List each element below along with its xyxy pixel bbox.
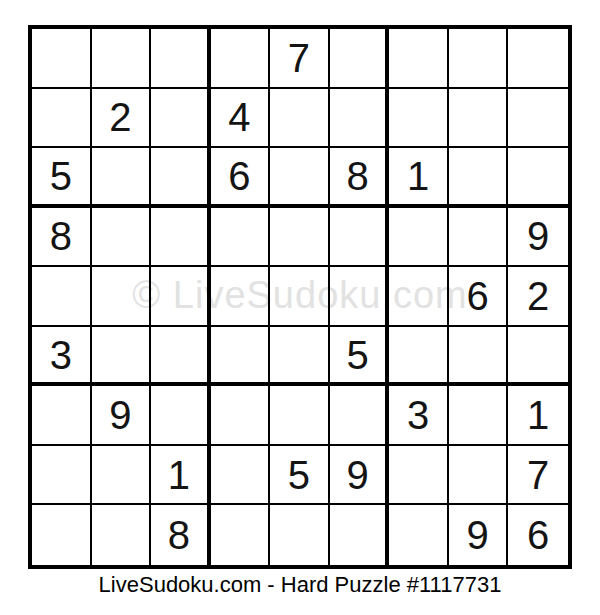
cell-r2c2[interactable]: 2 (92, 89, 152, 149)
cell-r3c9[interactable] (508, 148, 568, 208)
cell-r4c8[interactable] (449, 208, 509, 268)
cell-r8c9[interactable]: 7 (508, 446, 568, 506)
cell-r4c4[interactable] (211, 208, 271, 268)
cell-r3c3[interactable] (151, 148, 211, 208)
cell-r2c9[interactable] (508, 89, 568, 149)
caption: LiveSudoku.com - Hard Puzzle #1117731 (0, 572, 600, 598)
cell-r5c8[interactable]: 6 (449, 267, 509, 327)
cell-r7c8[interactable] (449, 386, 509, 446)
cell-r8c1[interactable] (32, 446, 92, 506)
cell-r4c9[interactable]: 9 (508, 208, 568, 268)
cell-r1c1[interactable] (32, 29, 92, 89)
cell-r4c3[interactable] (151, 208, 211, 268)
cell-r6c6[interactable]: 5 (330, 327, 390, 387)
cell-r9c9[interactable]: 6 (508, 505, 568, 565)
cell-r4c2[interactable] (92, 208, 152, 268)
cell-r2c1[interactable] (32, 89, 92, 149)
cell-r3c4[interactable]: 6 (211, 148, 271, 208)
cell-r8c7[interactable] (389, 446, 449, 506)
cell-r7c6[interactable] (330, 386, 390, 446)
cell-r2c4[interactable]: 4 (211, 89, 271, 149)
cell-r6c9[interactable] (508, 327, 568, 387)
cell-r6c8[interactable] (449, 327, 509, 387)
cell-r9c5[interactable] (270, 505, 330, 565)
cell-r9c7[interactable] (389, 505, 449, 565)
cell-r9c2[interactable] (92, 505, 152, 565)
cell-r1c6[interactable] (330, 29, 390, 89)
cell-r2c5[interactable] (270, 89, 330, 149)
cell-r4c1[interactable]: 8 (32, 208, 92, 268)
cell-r5c4[interactable] (211, 267, 271, 327)
cell-r3c8[interactable] (449, 148, 509, 208)
cell-r7c4[interactable] (211, 386, 271, 446)
cell-r9c8[interactable]: 9 (449, 505, 509, 565)
cell-r6c5[interactable] (270, 327, 330, 387)
cell-r8c8[interactable] (449, 446, 509, 506)
cell-r1c5[interactable]: 7 (270, 29, 330, 89)
cell-r4c5[interactable] (270, 208, 330, 268)
cell-r5c1[interactable] (32, 267, 92, 327)
cell-r3c1[interactable]: 5 (32, 148, 92, 208)
cell-r3c6[interactable]: 8 (330, 148, 390, 208)
cell-r1c7[interactable] (389, 29, 449, 89)
cell-r2c3[interactable] (151, 89, 211, 149)
cell-r7c5[interactable] (270, 386, 330, 446)
cell-r2c7[interactable] (389, 89, 449, 149)
cell-r8c5[interactable]: 5 (270, 446, 330, 506)
cell-r5c9[interactable]: 2 (508, 267, 568, 327)
cell-r8c6[interactable]: 9 (330, 446, 390, 506)
cell-r2c8[interactable] (449, 89, 509, 149)
cell-r9c6[interactable] (330, 505, 390, 565)
cell-r7c3[interactable] (151, 386, 211, 446)
cell-r3c5[interactable] (270, 148, 330, 208)
cell-r5c6[interactable] (330, 267, 390, 327)
cell-r2c6[interactable] (330, 89, 390, 149)
cell-r1c3[interactable] (151, 29, 211, 89)
cell-r9c1[interactable] (32, 505, 92, 565)
cell-r1c8[interactable] (449, 29, 509, 89)
cell-r5c3[interactable] (151, 267, 211, 327)
cell-r9c4[interactable] (211, 505, 271, 565)
cell-r6c1[interactable]: 3 (32, 327, 92, 387)
cell-r4c7[interactable] (389, 208, 449, 268)
cell-r7c1[interactable] (32, 386, 92, 446)
cell-r1c2[interactable] (92, 29, 152, 89)
cell-r8c2[interactable] (92, 446, 152, 506)
cell-r5c2[interactable] (92, 267, 152, 327)
cell-r5c7[interactable] (389, 267, 449, 327)
cell-r5c5[interactable] (270, 267, 330, 327)
cell-r3c2[interactable] (92, 148, 152, 208)
cell-r6c2[interactable] (92, 327, 152, 387)
cell-r7c9[interactable]: 1 (508, 386, 568, 446)
cell-r4c6[interactable] (330, 208, 390, 268)
cell-r1c9[interactable] (508, 29, 568, 89)
cell-r9c3[interactable]: 8 (151, 505, 211, 565)
sudoku-board: 72456818962359311597896 (28, 25, 572, 569)
cell-r6c4[interactable] (211, 327, 271, 387)
cell-r6c7[interactable] (389, 327, 449, 387)
cell-r8c4[interactable] (211, 446, 271, 506)
cell-r3c7[interactable]: 1 (389, 148, 449, 208)
cell-r7c7[interactable]: 3 (389, 386, 449, 446)
cell-r8c3[interactable]: 1 (151, 446, 211, 506)
cell-r1c4[interactable] (211, 29, 271, 89)
cell-r7c2[interactable]: 9 (92, 386, 152, 446)
cell-r6c3[interactable] (151, 327, 211, 387)
